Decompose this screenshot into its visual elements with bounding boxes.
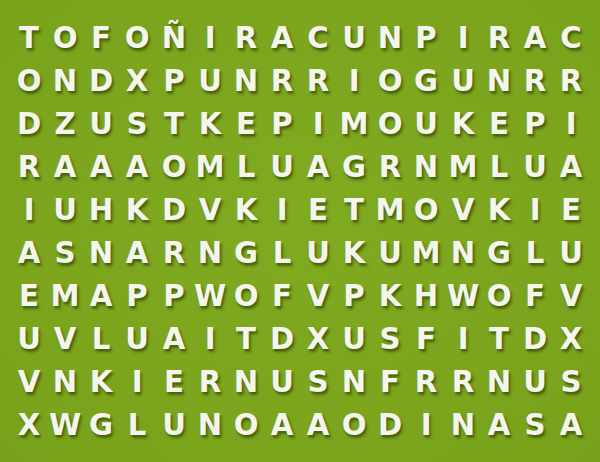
grid-cell-r1c9[interactable]: C bbox=[301, 16, 335, 59]
grid-cell-r8c2[interactable]: V bbox=[48, 317, 82, 360]
grid-cell-r7c14[interactable]: O bbox=[482, 274, 516, 317]
grid-cell-r4c13[interactable]: M bbox=[446, 145, 480, 188]
grid-cell-r5c15[interactable]: I bbox=[518, 188, 552, 231]
grid-cell-r8c8[interactable]: D bbox=[265, 317, 299, 360]
grid-cell-r6c6[interactable]: N bbox=[193, 231, 227, 274]
grid-cell-r8c5[interactable]: A bbox=[157, 317, 191, 360]
grid-cell-r8c3[interactable]: L bbox=[84, 317, 118, 360]
grid-cell-r5c1[interactable]: I bbox=[12, 188, 46, 231]
grid-cell-r7c11[interactable]: K bbox=[373, 274, 407, 317]
grid-cell-r8c7[interactable]: T bbox=[229, 317, 263, 360]
grid-cell-r7c13[interactable]: W bbox=[446, 274, 480, 317]
grid-cell-r6c2[interactable]: S bbox=[48, 231, 82, 274]
grid-cell-r8c6[interactable]: I bbox=[193, 317, 227, 360]
grid-cell-r4c8[interactable]: U bbox=[265, 145, 299, 188]
grid-cell-r1c4[interactable]: O bbox=[120, 16, 154, 59]
grid-cell-r3c1[interactable]: D bbox=[12, 102, 46, 145]
grid-cell-r10c7[interactable]: O bbox=[229, 403, 263, 446]
grid-cell-r1c16[interactable]: C bbox=[554, 16, 588, 59]
grid-cell-r4c6[interactable]: M bbox=[193, 145, 227, 188]
grid-cell-r5c7[interactable]: K bbox=[229, 188, 263, 231]
grid-cell-r9c6[interactable]: R bbox=[193, 360, 227, 403]
grid-cell-r6c13[interactable]: N bbox=[446, 231, 480, 274]
grid-cell-r9c9[interactable]: S bbox=[301, 360, 335, 403]
grid-cell-r6c1[interactable]: A bbox=[12, 231, 46, 274]
grid-cell-r9c3[interactable]: K bbox=[84, 360, 118, 403]
grid-cell-r7c16[interactable]: V bbox=[554, 274, 588, 317]
grid-cell-r3c12[interactable]: U bbox=[409, 102, 443, 145]
grid-cell-r8c13[interactable]: I bbox=[446, 317, 480, 360]
grid-cell-r6c15[interactable]: L bbox=[518, 231, 552, 274]
grid-cell-r5c4[interactable]: K bbox=[120, 188, 154, 231]
grid-cell-r3c13[interactable]: K bbox=[446, 102, 480, 145]
grid-cell-r5c6[interactable]: V bbox=[193, 188, 227, 231]
grid-cell-r3c3[interactable]: U bbox=[84, 102, 118, 145]
grid-cell-r10c3[interactable]: G bbox=[84, 403, 118, 446]
grid-cell-r2c14[interactable]: N bbox=[482, 59, 516, 102]
grid-cell-r7c10[interactable]: P bbox=[337, 274, 371, 317]
grid-cell-r9c7[interactable]: N bbox=[229, 360, 263, 403]
grid-cell-r8c12[interactable]: F bbox=[409, 317, 443, 360]
grid-cell-r6c9[interactable]: U bbox=[301, 231, 335, 274]
grid-cell-r2c6[interactable]: U bbox=[193, 59, 227, 102]
grid-cell-r7c9[interactable]: V bbox=[301, 274, 335, 317]
grid-cell-r1c8[interactable]: A bbox=[265, 16, 299, 59]
grid-cell-r10c10[interactable]: O bbox=[337, 403, 371, 446]
grid-cell-r5c14[interactable]: K bbox=[482, 188, 516, 231]
grid-cell-r3c10[interactable]: M bbox=[337, 102, 371, 145]
grid-cell-r9c5[interactable]: E bbox=[157, 360, 191, 403]
grid-cell-r7c1[interactable]: E bbox=[12, 274, 46, 317]
grid-cell-r2c16[interactable]: R bbox=[554, 59, 588, 102]
grid-cell-r7c6[interactable]: W bbox=[193, 274, 227, 317]
grid-cell-r2c4[interactable]: X bbox=[120, 59, 154, 102]
grid-cell-r1c13[interactable]: I bbox=[446, 16, 480, 59]
grid-cell-r9c13[interactable]: R bbox=[446, 360, 480, 403]
grid-cell-r7c5[interactable]: P bbox=[157, 274, 191, 317]
grid-cell-r9c12[interactable]: R bbox=[409, 360, 443, 403]
grid-cell-r10c12[interactable]: I bbox=[409, 403, 443, 446]
grid-cell-r7c15[interactable]: F bbox=[518, 274, 552, 317]
grid-cell-r9c1[interactable]: V bbox=[12, 360, 46, 403]
grid-cell-r3c5[interactable]: T bbox=[157, 102, 191, 145]
grid-cell-r6c3[interactable]: N bbox=[84, 231, 118, 274]
grid-cell-r2c7[interactable]: N bbox=[229, 59, 263, 102]
grid-cell-r10c15[interactable]: S bbox=[518, 403, 552, 446]
grid-cell-r8c15[interactable]: D bbox=[518, 317, 552, 360]
grid-cell-r2c8[interactable]: R bbox=[265, 59, 299, 102]
grid-cell-r10c4[interactable]: L bbox=[120, 403, 154, 446]
grid-cell-r9c15[interactable]: U bbox=[518, 360, 552, 403]
grid-cell-r3c11[interactable]: O bbox=[373, 102, 407, 145]
grid-cell-r7c2[interactable]: M bbox=[48, 274, 82, 317]
grid-cell-r1c6[interactable]: I bbox=[193, 16, 227, 59]
grid-cell-r4c7[interactable]: L bbox=[229, 145, 263, 188]
grid-cell-r3c6[interactable]: K bbox=[193, 102, 227, 145]
grid-cell-r3c7[interactable]: E bbox=[229, 102, 263, 145]
grid-cell-r4c3[interactable]: A bbox=[84, 145, 118, 188]
grid-cell-r5c10[interactable]: T bbox=[337, 188, 371, 231]
grid-cell-r4c11[interactable]: R bbox=[373, 145, 407, 188]
grid-cell-r10c13[interactable]: N bbox=[446, 403, 480, 446]
grid-cell-r1c11[interactable]: N bbox=[373, 16, 407, 59]
grid-cell-r5c12[interactable]: O bbox=[409, 188, 443, 231]
grid-cell-r4c1[interactable]: R bbox=[12, 145, 46, 188]
grid-cell-r4c4[interactable]: A bbox=[120, 145, 154, 188]
grid-cell-r2c10[interactable]: I bbox=[337, 59, 371, 102]
grid-cell-r5c13[interactable]: V bbox=[446, 188, 480, 231]
grid-cell-r3c14[interactable]: E bbox=[482, 102, 516, 145]
grid-cell-r1c14[interactable]: R bbox=[482, 16, 516, 59]
grid-cell-r2c15[interactable]: R bbox=[518, 59, 552, 102]
grid-cell-r4c5[interactable]: O bbox=[157, 145, 191, 188]
grid-cell-r8c11[interactable]: S bbox=[373, 317, 407, 360]
grid-cell-r6c16[interactable]: U bbox=[554, 231, 588, 274]
grid-cell-r10c11[interactable]: D bbox=[373, 403, 407, 446]
grid-cell-r2c2[interactable]: N bbox=[48, 59, 82, 102]
grid-cell-r7c4[interactable]: P bbox=[120, 274, 154, 317]
grid-cell-r9c8[interactable]: U bbox=[265, 360, 299, 403]
grid-cell-r4c9[interactable]: A bbox=[301, 145, 335, 188]
grid-cell-r10c2[interactable]: W bbox=[48, 403, 82, 446]
grid-cell-r5c11[interactable]: M bbox=[373, 188, 407, 231]
grid-cell-r10c8[interactable]: A bbox=[265, 403, 299, 446]
grid-cell-r8c4[interactable]: U bbox=[120, 317, 154, 360]
grid-cell-r2c3[interactable]: D bbox=[84, 59, 118, 102]
grid-cell-r8c16[interactable]: X bbox=[554, 317, 588, 360]
grid-cell-r9c14[interactable]: N bbox=[482, 360, 516, 403]
grid-cell-r1c1[interactable]: T bbox=[12, 16, 46, 59]
word-search-board: TOFOÑIRACUNPIRACONDXPUNRRIOGUNRRDZUSTKEP… bbox=[0, 0, 600, 462]
grid-cell-r2c13[interactable]: U bbox=[446, 59, 480, 102]
grid-cell-r10c14[interactable]: A bbox=[482, 403, 516, 446]
grid-cell-r8c14[interactable]: T bbox=[482, 317, 516, 360]
grid-cell-r10c16[interactable]: A bbox=[554, 403, 588, 446]
grid-cell-r10c1[interactable]: X bbox=[12, 403, 46, 446]
grid-cell-r6c14[interactable]: G bbox=[482, 231, 516, 274]
grid-cell-r5c2[interactable]: U bbox=[48, 188, 82, 231]
grid-cell-r5c16[interactable]: E bbox=[554, 188, 588, 231]
grid-cell-r5c9[interactable]: E bbox=[301, 188, 335, 231]
grid-cell-r9c11[interactable]: F bbox=[373, 360, 407, 403]
grid-cell-r1c10[interactable]: U bbox=[337, 16, 371, 59]
grid-cell-r6c11[interactable]: U bbox=[373, 231, 407, 274]
grid-cell-r3c8[interactable]: P bbox=[265, 102, 299, 145]
grid-cell-r6c7[interactable]: G bbox=[229, 231, 263, 274]
grid-cell-r6c10[interactable]: K bbox=[337, 231, 371, 274]
grid-cell-r4c12[interactable]: N bbox=[409, 145, 443, 188]
grid-cell-r4c10[interactable]: G bbox=[337, 145, 371, 188]
grid-cell-r4c16[interactable]: A bbox=[554, 145, 588, 188]
grid-cell-r5c5[interactable]: D bbox=[157, 188, 191, 231]
grid-cell-r3c9[interactable]: I bbox=[301, 102, 335, 145]
grid-cell-r9c16[interactable]: S bbox=[554, 360, 588, 403]
grid-cell-r9c10[interactable]: N bbox=[337, 360, 371, 403]
grid-cell-r4c15[interactable]: U bbox=[518, 145, 552, 188]
grid-cell-r7c7[interactable]: O bbox=[229, 274, 263, 317]
grid-cell-r5c8[interactable]: I bbox=[265, 188, 299, 231]
grid-cell-r2c9[interactable]: R bbox=[301, 59, 335, 102]
grid-cell-r2c11[interactable]: O bbox=[373, 59, 407, 102]
grid-cell-r8c10[interactable]: U bbox=[337, 317, 371, 360]
grid-cell-r6c8[interactable]: L bbox=[265, 231, 299, 274]
grid-cell-r7c12[interactable]: H bbox=[409, 274, 443, 317]
grid-cell-r2c1[interactable]: O bbox=[12, 59, 46, 102]
grid-cell-r7c3[interactable]: A bbox=[84, 274, 118, 317]
grid-cell-r9c4[interactable]: I bbox=[120, 360, 154, 403]
grid-cell-r4c14[interactable]: L bbox=[482, 145, 516, 188]
grid-cell-r8c1[interactable]: U bbox=[12, 317, 46, 360]
grid-cell-r6c4[interactable]: A bbox=[120, 231, 154, 274]
grid-cell-r10c5[interactable]: U bbox=[157, 403, 191, 446]
grid-cell-r9c2[interactable]: N bbox=[48, 360, 82, 403]
grid-cell-r2c12[interactable]: G bbox=[409, 59, 443, 102]
grid-cell-r1c15[interactable]: A bbox=[518, 16, 552, 59]
grid-cell-r1c2[interactable]: O bbox=[48, 16, 82, 59]
grid-cell-r10c9[interactable]: A bbox=[301, 403, 335, 446]
grid-cell-r3c16[interactable]: I bbox=[554, 102, 588, 145]
grid-cell-r3c4[interactable]: S bbox=[120, 102, 154, 145]
grid-cell-r1c12[interactable]: P bbox=[409, 16, 443, 59]
grid-cell-r3c15[interactable]: P bbox=[518, 102, 552, 145]
grid-cell-r1c3[interactable]: F bbox=[84, 16, 118, 59]
grid-cell-r6c12[interactable]: M bbox=[409, 231, 443, 274]
grid-cell-r6c5[interactable]: R bbox=[157, 231, 191, 274]
grid-cell-r1c5[interactable]: Ñ bbox=[157, 16, 191, 59]
grid-cell-r2c5[interactable]: P bbox=[157, 59, 191, 102]
grid-cell-r8c9[interactable]: X bbox=[301, 317, 335, 360]
grid-cell-r1c7[interactable]: R bbox=[229, 16, 263, 59]
grid-cell-r5c3[interactable]: H bbox=[84, 188, 118, 231]
grid-cell-r3c2[interactable]: Z bbox=[48, 102, 82, 145]
grid-cell-r10c6[interactable]: N bbox=[193, 403, 227, 446]
grid-cell-r7c8[interactable]: F bbox=[265, 274, 299, 317]
grid-cell-r4c2[interactable]: A bbox=[48, 145, 82, 188]
